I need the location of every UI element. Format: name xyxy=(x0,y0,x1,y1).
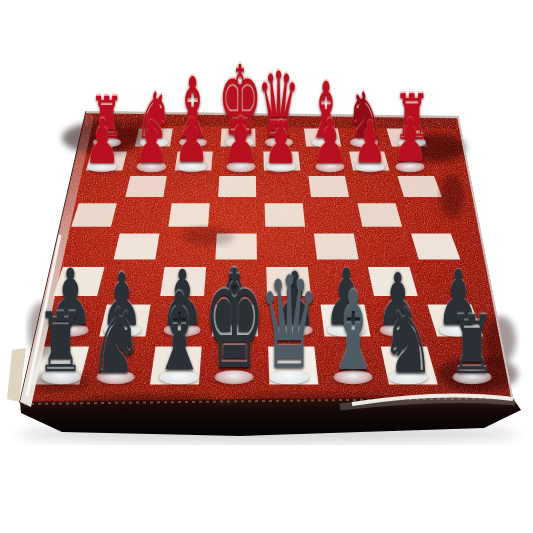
square-f3 xyxy=(168,173,216,200)
piece-red-pawn[interactable]: ♟ xyxy=(135,135,168,172)
piece-black-queen[interactable]: ♛ xyxy=(258,319,319,388)
piece-black-rook[interactable]: ♜ xyxy=(449,333,496,385)
square-d4 xyxy=(265,203,306,226)
square-c3 xyxy=(308,176,349,197)
piece-black-bishop[interactable]: ♝ xyxy=(153,327,206,386)
piece-red-pawn[interactable]: ♟ xyxy=(264,134,298,172)
square-h3 xyxy=(75,173,127,200)
square-f4 xyxy=(168,203,210,226)
piece-red-pawn[interactable]: ♟ xyxy=(85,133,121,173)
piece-black-bishop[interactable]: ♝ xyxy=(326,326,380,387)
chess-photo: ♜♞♝♚♛♝♞♜♟♟♟♟♟♟♟♟♟♟♟♟♟♟♟♟♜♞♝♚♛♝♞♜ xyxy=(0,0,533,533)
piece-red-pawn[interactable]: ♟ xyxy=(174,134,209,173)
square-b4 xyxy=(358,203,403,226)
square-e3 xyxy=(218,176,256,197)
piece-black-king[interactable]: ♚ xyxy=(203,318,265,387)
square-e4 xyxy=(212,200,261,230)
piece-red-pawn[interactable]: ♟ xyxy=(223,132,259,172)
square-d3 xyxy=(260,173,307,200)
square-h4 xyxy=(71,203,117,226)
square-g4 xyxy=(115,200,167,230)
piece-black-knight[interactable]: ♞ xyxy=(381,326,435,386)
piece-red-pawn[interactable]: ♟ xyxy=(353,135,386,172)
square-b3 xyxy=(349,173,400,200)
piece-black-knight[interactable]: ♞ xyxy=(89,326,143,386)
piece-red-pawn[interactable]: ♟ xyxy=(312,133,348,173)
piece-black-rook[interactable]: ♜ xyxy=(37,332,85,385)
square-g3 xyxy=(125,176,167,197)
piece-red-pawn[interactable]: ♟ xyxy=(393,134,428,173)
square-c4 xyxy=(307,200,358,230)
resin-shading xyxy=(440,174,464,218)
